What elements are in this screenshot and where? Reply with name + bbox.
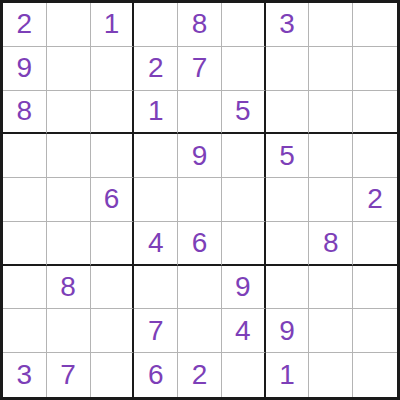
cell-r2c6[interactable] bbox=[222, 47, 266, 91]
cell-r5c6[interactable] bbox=[222, 178, 266, 222]
cell-r6c1[interactable] bbox=[3, 222, 47, 266]
given-digit: 7 bbox=[60, 359, 76, 391]
sudoku-board: 218392781595624688974937621 bbox=[0, 0, 400, 400]
cell-r5c4[interactable] bbox=[134, 178, 178, 222]
sudoku-grid: 218392781595624688974937621 bbox=[3, 3, 397, 397]
cell-r4c5[interactable]: 9 bbox=[178, 134, 222, 178]
cell-r9c7[interactable]: 1 bbox=[266, 353, 310, 397]
given-digit: 1 bbox=[148, 95, 164, 127]
cell-r6c5[interactable]: 6 bbox=[178, 222, 222, 266]
given-digit: 2 bbox=[192, 359, 208, 391]
given-digit: 3 bbox=[279, 8, 295, 40]
given-digit: 8 bbox=[323, 227, 339, 259]
cell-r7c8[interactable] bbox=[309, 266, 353, 310]
cell-r5c1[interactable] bbox=[3, 178, 47, 222]
cell-r8c9[interactable] bbox=[353, 309, 397, 353]
given-digit: 7 bbox=[148, 315, 164, 347]
cell-r8c1[interactable] bbox=[3, 309, 47, 353]
cell-r6c6[interactable] bbox=[222, 222, 266, 266]
cell-r3c5[interactable] bbox=[178, 91, 222, 135]
cell-r5c3[interactable]: 6 bbox=[91, 178, 135, 222]
cell-r3c8[interactable] bbox=[309, 91, 353, 135]
cell-r3c6[interactable]: 5 bbox=[222, 91, 266, 135]
cell-r1c8[interactable] bbox=[309, 3, 353, 47]
given-digit: 9 bbox=[192, 140, 208, 172]
given-digit: 2 bbox=[367, 183, 383, 215]
cell-r1c1[interactable]: 2 bbox=[3, 3, 47, 47]
given-digit: 4 bbox=[148, 227, 164, 259]
cell-r2c9[interactable] bbox=[353, 47, 397, 91]
given-digit: 6 bbox=[192, 227, 208, 259]
cell-r4c2[interactable] bbox=[47, 134, 91, 178]
cell-r9c4[interactable]: 6 bbox=[134, 353, 178, 397]
cell-r2c3[interactable] bbox=[91, 47, 135, 91]
cell-r4c6[interactable] bbox=[222, 134, 266, 178]
given-digit: 8 bbox=[17, 95, 33, 127]
cell-r9c1[interactable]: 3 bbox=[3, 353, 47, 397]
cell-r7c6[interactable]: 9 bbox=[222, 266, 266, 310]
cell-r2c1[interactable]: 9 bbox=[3, 47, 47, 91]
given-digit: 5 bbox=[235, 95, 251, 127]
cell-r1c7[interactable]: 3 bbox=[266, 3, 310, 47]
cell-r9c5[interactable]: 2 bbox=[178, 353, 222, 397]
given-digit: 7 bbox=[192, 52, 208, 84]
given-digit: 6 bbox=[148, 359, 164, 391]
cell-r5c5[interactable] bbox=[178, 178, 222, 222]
cell-r3c9[interactable] bbox=[353, 91, 397, 135]
cell-r5c2[interactable] bbox=[47, 178, 91, 222]
given-digit: 3 bbox=[17, 359, 33, 391]
cell-r1c5[interactable]: 8 bbox=[178, 3, 222, 47]
cell-r6c8[interactable]: 8 bbox=[309, 222, 353, 266]
cell-r8c5[interactable] bbox=[178, 309, 222, 353]
cell-r1c9[interactable] bbox=[353, 3, 397, 47]
cell-r8c4[interactable]: 7 bbox=[134, 309, 178, 353]
cell-r7c7[interactable] bbox=[266, 266, 310, 310]
cell-r2c8[interactable] bbox=[309, 47, 353, 91]
cell-r6c7[interactable] bbox=[266, 222, 310, 266]
cell-r3c7[interactable] bbox=[266, 91, 310, 135]
cell-r4c7[interactable]: 5 bbox=[266, 134, 310, 178]
given-digit: 6 bbox=[104, 183, 120, 215]
cell-r9c6[interactable] bbox=[222, 353, 266, 397]
given-digit: 2 bbox=[148, 52, 164, 84]
given-digit: 9 bbox=[279, 315, 295, 347]
cell-r3c1[interactable]: 8 bbox=[3, 91, 47, 135]
given-digit: 2 bbox=[17, 8, 33, 40]
cell-r9c9[interactable] bbox=[353, 353, 397, 397]
cell-r7c3[interactable] bbox=[91, 266, 135, 310]
cell-r9c2[interactable]: 7 bbox=[47, 353, 91, 397]
cell-r8c7[interactable]: 9 bbox=[266, 309, 310, 353]
cell-r1c6[interactable] bbox=[222, 3, 266, 47]
given-digit: 4 bbox=[235, 315, 251, 347]
cell-r6c4[interactable]: 4 bbox=[134, 222, 178, 266]
cell-r5c7[interactable] bbox=[266, 178, 310, 222]
cell-r2c2[interactable] bbox=[47, 47, 91, 91]
cell-r3c4[interactable]: 1 bbox=[134, 91, 178, 135]
cell-r7c1[interactable] bbox=[3, 266, 47, 310]
given-digit: 1 bbox=[279, 359, 295, 391]
cell-r8c6[interactable]: 4 bbox=[222, 309, 266, 353]
cell-r2c4[interactable]: 2 bbox=[134, 47, 178, 91]
given-digit: 9 bbox=[17, 52, 33, 84]
cell-r8c8[interactable] bbox=[309, 309, 353, 353]
cell-r3c3[interactable] bbox=[91, 91, 135, 135]
cell-r4c4[interactable] bbox=[134, 134, 178, 178]
cell-r4c8[interactable] bbox=[309, 134, 353, 178]
cell-r7c9[interactable] bbox=[353, 266, 397, 310]
cell-r1c4[interactable] bbox=[134, 3, 178, 47]
cell-r1c2[interactable] bbox=[47, 3, 91, 47]
given-digit: 5 bbox=[279, 140, 295, 172]
cell-r7c2[interactable]: 8 bbox=[47, 266, 91, 310]
cell-r2c5[interactable]: 7 bbox=[178, 47, 222, 91]
cell-r5c9[interactable]: 2 bbox=[353, 178, 397, 222]
cell-r9c3[interactable] bbox=[91, 353, 135, 397]
cell-r8c2[interactable] bbox=[47, 309, 91, 353]
given-digit: 9 bbox=[235, 271, 251, 303]
cell-r6c2[interactable] bbox=[47, 222, 91, 266]
cell-r4c9[interactable] bbox=[353, 134, 397, 178]
cell-r9c8[interactable] bbox=[309, 353, 353, 397]
cell-r6c3[interactable] bbox=[91, 222, 135, 266]
cell-r4c1[interactable] bbox=[3, 134, 47, 178]
given-digit: 1 bbox=[104, 8, 120, 40]
given-digit: 8 bbox=[60, 271, 76, 303]
cell-r8c3[interactable] bbox=[91, 309, 135, 353]
cell-r7c4[interactable] bbox=[134, 266, 178, 310]
cell-r3c2[interactable] bbox=[47, 91, 91, 135]
cell-r1c3[interactable]: 1 bbox=[91, 3, 135, 47]
given-digit: 8 bbox=[192, 8, 208, 40]
cell-r6c9[interactable] bbox=[353, 222, 397, 266]
cell-r4c3[interactable] bbox=[91, 134, 135, 178]
cell-r2c7[interactable] bbox=[266, 47, 310, 91]
cell-r5c8[interactable] bbox=[309, 178, 353, 222]
cell-r7c5[interactable] bbox=[178, 266, 222, 310]
